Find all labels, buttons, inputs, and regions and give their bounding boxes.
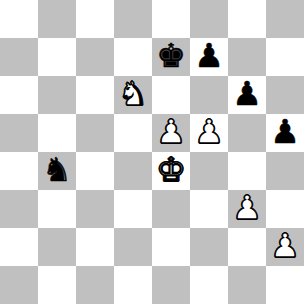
square-b2[interactable] bbox=[38, 228, 76, 266]
square-a4[interactable] bbox=[0, 152, 38, 190]
square-c3[interactable] bbox=[76, 190, 114, 228]
square-d5[interactable] bbox=[114, 114, 152, 152]
square-c5[interactable] bbox=[76, 114, 114, 152]
square-f7[interactable]: ♟ bbox=[190, 38, 228, 76]
white-king-icon[interactable]: ♚ bbox=[156, 151, 186, 189]
square-h2[interactable]: ♟ bbox=[266, 228, 304, 266]
square-f4[interactable] bbox=[190, 152, 228, 190]
square-e4[interactable]: ♚ bbox=[152, 152, 190, 190]
square-e5[interactable]: ♟ bbox=[152, 114, 190, 152]
square-e8[interactable] bbox=[152, 0, 190, 38]
square-c4[interactable] bbox=[76, 152, 114, 190]
square-h6[interactable] bbox=[266, 76, 304, 114]
white-pawn-icon[interactable]: ♟ bbox=[156, 113, 186, 151]
square-f5[interactable]: ♟ bbox=[190, 114, 228, 152]
black-king-icon[interactable]: ♚ bbox=[156, 37, 186, 75]
square-g5[interactable] bbox=[228, 114, 266, 152]
square-b5[interactable] bbox=[38, 114, 76, 152]
square-h7[interactable] bbox=[266, 38, 304, 76]
square-d2[interactable] bbox=[114, 228, 152, 266]
square-g3[interactable]: ♟ bbox=[228, 190, 266, 228]
square-f8[interactable] bbox=[190, 0, 228, 38]
square-b6[interactable] bbox=[38, 76, 76, 114]
square-e3[interactable] bbox=[152, 190, 190, 228]
square-h1[interactable] bbox=[266, 266, 304, 304]
square-g1[interactable] bbox=[228, 266, 266, 304]
white-pawn-icon[interactable]: ♟ bbox=[270, 227, 300, 265]
square-g2[interactable] bbox=[228, 228, 266, 266]
black-knight-icon[interactable]: ♞ bbox=[42, 151, 72, 189]
square-b3[interactable] bbox=[38, 190, 76, 228]
square-a8[interactable] bbox=[0, 0, 38, 38]
square-b1[interactable] bbox=[38, 266, 76, 304]
square-d7[interactable] bbox=[114, 38, 152, 76]
black-pawn-icon[interactable]: ♟ bbox=[232, 75, 262, 113]
square-g7[interactable] bbox=[228, 38, 266, 76]
square-c2[interactable] bbox=[76, 228, 114, 266]
square-d1[interactable] bbox=[114, 266, 152, 304]
square-b8[interactable] bbox=[38, 0, 76, 38]
white-knight-icon[interactable]: ♞ bbox=[118, 75, 148, 113]
black-pawn-icon[interactable]: ♟ bbox=[270, 113, 300, 151]
square-f6[interactable] bbox=[190, 76, 228, 114]
square-e1[interactable] bbox=[152, 266, 190, 304]
white-pawn-icon[interactable]: ♟ bbox=[194, 113, 224, 151]
square-a5[interactable] bbox=[0, 114, 38, 152]
square-g4[interactable] bbox=[228, 152, 266, 190]
square-f3[interactable] bbox=[190, 190, 228, 228]
square-a1[interactable] bbox=[0, 266, 38, 304]
square-h5[interactable]: ♟ bbox=[266, 114, 304, 152]
square-b4[interactable]: ♞ bbox=[38, 152, 76, 190]
black-pawn-icon[interactable]: ♟ bbox=[194, 37, 224, 75]
square-c6[interactable] bbox=[76, 76, 114, 114]
square-d3[interactable] bbox=[114, 190, 152, 228]
square-e7[interactable]: ♚ bbox=[152, 38, 190, 76]
square-f1[interactable] bbox=[190, 266, 228, 304]
square-f2[interactable] bbox=[190, 228, 228, 266]
square-d6[interactable]: ♞ bbox=[114, 76, 152, 114]
square-e2[interactable] bbox=[152, 228, 190, 266]
square-g8[interactable] bbox=[228, 0, 266, 38]
square-c7[interactable] bbox=[76, 38, 114, 76]
square-c8[interactable] bbox=[76, 0, 114, 38]
chess-board: ♚♟♞♟♟♟♟♞♚♟♟ bbox=[0, 0, 304, 304]
square-e6[interactable] bbox=[152, 76, 190, 114]
square-b7[interactable] bbox=[38, 38, 76, 76]
white-pawn-icon[interactable]: ♟ bbox=[232, 189, 262, 227]
square-c1[interactable] bbox=[76, 266, 114, 304]
square-a2[interactable] bbox=[0, 228, 38, 266]
square-a6[interactable] bbox=[0, 76, 38, 114]
square-h8[interactable] bbox=[266, 0, 304, 38]
square-d8[interactable] bbox=[114, 0, 152, 38]
square-a7[interactable] bbox=[0, 38, 38, 76]
square-h4[interactable] bbox=[266, 152, 304, 190]
square-h3[interactable] bbox=[266, 190, 304, 228]
square-a3[interactable] bbox=[0, 190, 38, 228]
square-g6[interactable]: ♟ bbox=[228, 76, 266, 114]
square-d4[interactable] bbox=[114, 152, 152, 190]
